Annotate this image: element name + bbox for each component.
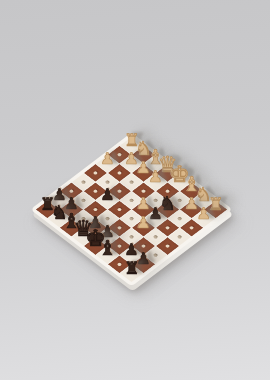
- black-pawn-c5: ♟: [100, 187, 114, 203]
- peg-hole-icon: [141, 189, 147, 193]
- chess-board: ♜♞♝♛♚♝♞♜♟♟♟♟♟♟♞♟♟♟♟♟♟♟♟♟♟♜♞♝♛♚♝♜: [30, 133, 232, 287]
- white-pawn-f5: ♟: [136, 215, 150, 231]
- white-pawn-d2: ♟: [148, 169, 162, 185]
- white-pawn-a3: ♟: [100, 151, 114, 167]
- peg-hole-icon: [69, 189, 75, 193]
- black-bishop-f8: ♝: [98, 238, 116, 258]
- peg-hole-icon: [129, 235, 135, 239]
- photo-canvas: ♜♞♝♛♚♝♞♜♟♟♟♟♟♟♞♟♟♟♟♟♟♟♟♟♟♜♞♝♛♚♝♜: [0, 0, 270, 380]
- peg-hole-icon: [93, 189, 99, 193]
- peg-hole-icon: [177, 216, 183, 220]
- peg-hole-icon: [117, 207, 123, 211]
- peg-hole-icon: [105, 180, 111, 184]
- peg-hole-icon: [165, 226, 171, 230]
- peg-hole-icon: [153, 235, 159, 239]
- peg-hole-icon: [105, 216, 111, 220]
- peg-hole-icon: [177, 235, 183, 239]
- peg-hole-icon: [129, 198, 135, 202]
- white-pawn-h2: ♟: [196, 206, 210, 222]
- peg-hole-icon: [117, 171, 123, 175]
- peg-hole-icon: [117, 262, 123, 266]
- peg-hole-icon: [189, 226, 195, 230]
- peg-hole-icon: [81, 180, 87, 184]
- peg-hole-icon: [117, 244, 123, 248]
- peg-hole-icon: [129, 216, 135, 220]
- peg-hole-icon: [117, 226, 123, 230]
- peg-hole-icon: [93, 171, 99, 175]
- peg-hole-icon: [153, 253, 159, 257]
- peg-hole-icon: [81, 198, 87, 202]
- peg-hole-icon: [117, 153, 123, 157]
- peg-hole-icon: [141, 244, 147, 248]
- peg-hole-icon: [177, 198, 183, 202]
- peg-hole-icon: [129, 180, 135, 184]
- peg-hole-icon: [117, 189, 123, 193]
- peg-hole-icon: [153, 198, 159, 202]
- black-rook-h8: ♜: [124, 260, 139, 277]
- peg-hole-icon: [93, 207, 99, 211]
- peg-hole-icon: [165, 244, 171, 248]
